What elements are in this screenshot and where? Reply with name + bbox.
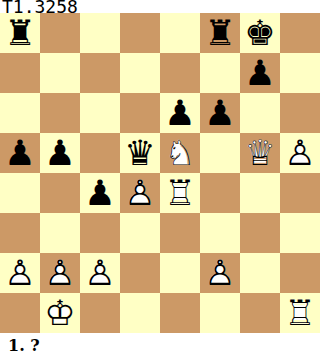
piece-white-king[interactable]: ♚♔ [40,293,80,333]
piece-outline: ♙ [200,253,240,293]
square-h8[interactable] [280,13,320,53]
square-b6[interactable] [40,93,80,133]
square-c6[interactable] [80,93,120,133]
square-f2[interactable]: ♟♙ [200,253,240,293]
piece-white-pawn[interactable]: ♟♙ [200,253,240,293]
piece-white-pawn[interactable]: ♟♙ [0,253,40,293]
square-e4[interactable]: ♜♖ [160,173,200,213]
puzzle-id: T1.3258 [2,0,78,14]
piece-black-pawn[interactable]: ♟ [80,173,120,213]
square-d5[interactable]: ♛ [120,133,160,173]
piece-white-pawn[interactable]: ♟♙ [280,133,320,173]
square-c1[interactable] [80,293,120,333]
piece-white-rook[interactable]: ♜♖ [280,293,320,333]
piece-black-rook[interactable]: ♜ [0,13,40,53]
square-d3[interactable] [120,213,160,253]
square-f8[interactable]: ♜ [200,13,240,53]
square-h2[interactable] [280,253,320,293]
footer: 1. ? [0,333,320,360]
square-h5[interactable]: ♟♙ [280,133,320,173]
piece-white-queen[interactable]: ♛♕ [240,133,280,173]
square-c4[interactable]: ♟ [80,173,120,213]
piece-outline: ♙ [120,173,160,213]
piece-outline: ♙ [80,253,120,293]
chess-puzzle-window: T1.3258 ♜♜♚♟♟♟♟♟♛♞♘♛♕♟♙♟♟♙♜♖♟♙♟♙♟♙♟♙♚♔♜♖… [0,0,320,360]
square-h4[interactable] [280,173,320,213]
move-prompt: 1. ? [8,337,40,355]
piece-white-pawn[interactable]: ♟♙ [120,173,160,213]
square-c8[interactable] [80,13,120,53]
square-g1[interactable] [240,293,280,333]
piece-outline: ♘ [160,133,200,173]
square-d1[interactable] [120,293,160,333]
square-f1[interactable] [200,293,240,333]
square-e7[interactable] [160,53,200,93]
square-h1[interactable]: ♜♖ [280,293,320,333]
piece-black-pawn[interactable]: ♟ [160,93,200,133]
square-f6[interactable]: ♟ [200,93,240,133]
square-b2[interactable]: ♟♙ [40,253,80,293]
square-f7[interactable] [200,53,240,93]
square-c7[interactable] [80,53,120,93]
square-b5[interactable]: ♟ [40,133,80,173]
piece-outline: ♙ [40,253,80,293]
square-f4[interactable] [200,173,240,213]
header: T1.3258 [0,0,320,13]
square-e8[interactable] [160,13,200,53]
piece-black-pawn[interactable]: ♟ [40,133,80,173]
piece-outline: ♖ [160,173,200,213]
square-e2[interactable] [160,253,200,293]
square-a5[interactable]: ♟ [0,133,40,173]
square-d4[interactable]: ♟♙ [120,173,160,213]
piece-black-king[interactable]: ♚ [240,13,280,53]
piece-white-pawn[interactable]: ♟♙ [80,253,120,293]
square-f3[interactable] [200,213,240,253]
square-d7[interactable] [120,53,160,93]
chess-board: ♜♜♚♟♟♟♟♟♛♞♘♛♕♟♙♟♟♙♜♖♟♙♟♙♟♙♟♙♚♔♜♖ [0,13,320,333]
square-g6[interactable] [240,93,280,133]
square-g4[interactable] [240,173,280,213]
piece-black-pawn[interactable]: ♟ [0,133,40,173]
square-h3[interactable] [280,213,320,253]
square-b4[interactable] [40,173,80,213]
piece-white-knight[interactable]: ♞♘ [160,133,200,173]
square-e3[interactable] [160,213,200,253]
square-b3[interactable] [40,213,80,253]
square-d6[interactable] [120,93,160,133]
square-a7[interactable] [0,53,40,93]
square-h6[interactable] [280,93,320,133]
square-g2[interactable] [240,253,280,293]
square-a1[interactable] [0,293,40,333]
square-a4[interactable] [0,173,40,213]
square-d2[interactable] [120,253,160,293]
square-b1[interactable]: ♚♔ [40,293,80,333]
square-a6[interactable] [0,93,40,133]
square-b8[interactable] [40,13,80,53]
piece-white-pawn[interactable]: ♟♙ [40,253,80,293]
square-a8[interactable]: ♜ [0,13,40,53]
square-c3[interactable] [80,213,120,253]
piece-black-pawn[interactable]: ♟ [200,93,240,133]
piece-black-queen[interactable]: ♛ [120,133,160,173]
piece-outline: ♖ [280,293,320,333]
square-g8[interactable]: ♚ [240,13,280,53]
square-g7[interactable]: ♟ [240,53,280,93]
square-e1[interactable] [160,293,200,333]
square-a2[interactable]: ♟♙ [0,253,40,293]
square-g5[interactable]: ♛♕ [240,133,280,173]
piece-black-rook[interactable]: ♜ [200,13,240,53]
piece-outline: ♔ [40,293,80,333]
square-f5[interactable] [200,133,240,173]
piece-black-pawn[interactable]: ♟ [240,53,280,93]
square-c2[interactable]: ♟♙ [80,253,120,293]
piece-white-rook[interactable]: ♜♖ [160,173,200,213]
piece-outline: ♕ [240,133,280,173]
square-c5[interactable] [80,133,120,173]
square-h7[interactable] [280,53,320,93]
square-g3[interactable] [240,213,280,253]
square-d8[interactable] [120,13,160,53]
piece-outline: ♙ [280,133,320,173]
square-a3[interactable] [0,213,40,253]
square-e6[interactable]: ♟ [160,93,200,133]
square-e5[interactable]: ♞♘ [160,133,200,173]
piece-outline: ♙ [0,253,40,293]
square-b7[interactable] [40,53,80,93]
